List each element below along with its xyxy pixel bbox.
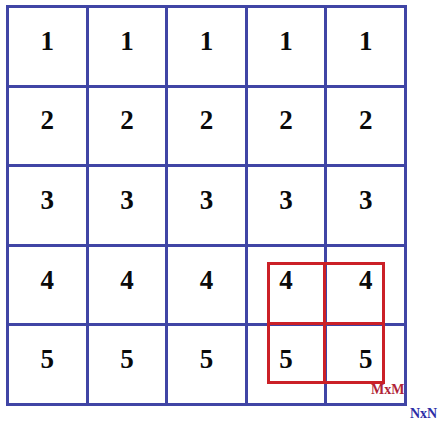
grid-cell-r1c1: 1	[9, 8, 86, 85]
grid-cell-r2c3: 2	[168, 88, 245, 165]
grid-cell-r3c2: 3	[89, 167, 166, 244]
grid-cell-r1c2: 1	[89, 8, 166, 85]
nxn-label: NxN	[410, 407, 437, 421]
diagram-canvas: 1 1 1 1 1 2 2 2 2 2 3 3 3 3 3 4 4 4 4 4 …	[0, 0, 445, 430]
grid-cell-r5c2: 5	[89, 326, 166, 403]
grid-cell-r3c4: 3	[248, 167, 325, 244]
grid-cell-r3c1: 3	[9, 167, 86, 244]
grid-cell-r4c3: 4	[168, 247, 245, 324]
grid-cell-r4c2: 4	[89, 247, 166, 324]
grid-cell-r2c2: 2	[89, 88, 166, 165]
grid-cell-r5c1: 5	[9, 326, 86, 403]
mxm-label: MxM	[371, 383, 404, 397]
grid-cell-r5c3: 5	[168, 326, 245, 403]
grid-cell-r1c4: 1	[248, 8, 325, 85]
mxm-inner-horizontal-line	[270, 322, 382, 325]
grid-cell-r3c3: 3	[168, 167, 245, 244]
grid-cell-r3c5: 3	[327, 167, 404, 244]
grid-cell-r1c5: 1	[327, 8, 404, 85]
mxm-highlight-box	[267, 262, 385, 384]
grid-cell-r4c1: 4	[9, 247, 86, 324]
grid-cell-r2c4: 2	[248, 88, 325, 165]
grid-cell-r2c1: 2	[9, 88, 86, 165]
grid-cell-r2c5: 2	[327, 88, 404, 165]
grid-cell-r1c3: 1	[168, 8, 245, 85]
